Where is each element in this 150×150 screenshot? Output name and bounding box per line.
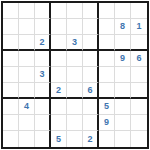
cell-r6c1[interactable] <box>3 83 19 99</box>
given-digit: 8 <box>120 22 125 31</box>
cell-r3c4[interactable] <box>51 35 67 51</box>
given-digit: 1 <box>136 22 141 31</box>
cell-r6c2[interactable] <box>19 83 35 99</box>
cell-r6c3[interactable] <box>35 83 51 99</box>
cell-r8c5[interactable] <box>67 115 83 131</box>
cell-r2c4[interactable] <box>51 19 67 35</box>
cell-r5c7[interactable] <box>99 67 115 83</box>
cell-r3c6[interactable] <box>83 35 99 51</box>
cell-r4c8[interactable]: 9 <box>115 51 131 67</box>
cell-r9c3[interactable] <box>35 131 51 147</box>
cell-r6c4[interactable]: 2 <box>51 83 67 99</box>
cell-r8c6[interactable] <box>83 115 99 131</box>
cell-r1c4[interactable] <box>51 3 67 19</box>
given-digit: 2 <box>87 135 92 144</box>
cell-r3c2[interactable] <box>19 35 35 51</box>
cell-r1c8[interactable] <box>115 3 131 19</box>
cell-r2c7[interactable] <box>99 19 115 35</box>
cell-r4c3[interactable] <box>35 51 51 67</box>
cell-r9c4[interactable]: 5 <box>51 131 67 147</box>
cell-r1c5[interactable] <box>67 3 83 19</box>
cell-r4c4[interactable] <box>51 51 67 67</box>
cell-r5c8[interactable] <box>115 67 131 83</box>
cell-r5c9[interactable] <box>131 67 147 83</box>
cell-r4c9[interactable]: 6 <box>131 51 147 67</box>
cell-r9c2[interactable] <box>19 131 35 147</box>
cell-r5c4[interactable] <box>51 67 67 83</box>
cell-r4c7[interactable] <box>99 51 115 67</box>
cell-r4c6[interactable] <box>83 51 99 67</box>
cell-r7c4[interactable] <box>51 99 67 115</box>
cell-r6c9[interactable] <box>131 83 147 99</box>
cell-r9c6[interactable]: 2 <box>83 131 99 147</box>
cell-r8c9[interactable] <box>131 115 147 131</box>
cell-r9c8[interactable] <box>115 131 131 147</box>
cell-r6c8[interactable] <box>115 83 131 99</box>
cell-r8c4[interactable] <box>51 115 67 131</box>
cell-r3c9[interactable] <box>131 35 147 51</box>
cell-r5c3[interactable]: 3 <box>35 67 51 83</box>
cell-r4c1[interactable] <box>3 51 19 67</box>
cell-r7c6[interactable] <box>83 99 99 115</box>
given-digit: 2 <box>56 86 61 95</box>
given-digit: 5 <box>56 135 61 144</box>
cell-r2c9[interactable]: 1 <box>131 19 147 35</box>
cell-r4c2[interactable] <box>19 51 35 67</box>
cell-r2c3[interactable] <box>35 19 51 35</box>
cell-r7c3[interactable] <box>35 99 51 115</box>
cell-r6c5[interactable] <box>67 83 83 99</box>
given-digit: 6 <box>87 86 92 95</box>
cell-r7c2[interactable]: 4 <box>19 99 35 115</box>
cell-r3c5[interactable]: 3 <box>67 35 83 51</box>
given-digit: 2 <box>39 38 44 47</box>
cell-r2c1[interactable] <box>3 19 19 35</box>
cell-r1c3[interactable] <box>35 3 51 19</box>
cell-r5c2[interactable] <box>19 67 35 83</box>
cell-r9c7[interactable] <box>99 131 115 147</box>
cell-r1c7[interactable] <box>99 3 115 19</box>
cell-r8c1[interactable] <box>3 115 19 131</box>
cell-r3c8[interactable] <box>115 35 131 51</box>
cell-r9c5[interactable] <box>67 131 83 147</box>
cell-r5c5[interactable] <box>67 67 83 83</box>
cell-r8c2[interactable] <box>19 115 35 131</box>
cell-r1c2[interactable] <box>19 3 35 19</box>
cell-r8c3[interactable] <box>35 115 51 131</box>
cell-r2c5[interactable] <box>67 19 83 35</box>
cell-r7c5[interactable] <box>67 99 83 115</box>
cell-r7c8[interactable] <box>115 99 131 115</box>
cell-r4c5[interactable] <box>67 51 83 67</box>
given-digit: 9 <box>104 118 109 127</box>
cell-r3c3[interactable]: 2 <box>35 35 51 51</box>
cell-r1c9[interactable] <box>131 3 147 19</box>
cell-r9c9[interactable] <box>131 131 147 147</box>
cell-r6c7[interactable] <box>99 83 115 99</box>
given-digit: 6 <box>136 54 141 63</box>
cell-r8c7[interactable]: 9 <box>99 115 115 131</box>
given-digit: 9 <box>120 54 125 63</box>
cell-r5c1[interactable] <box>3 67 19 83</box>
cell-r3c7[interactable] <box>99 35 115 51</box>
given-digit: 5 <box>104 102 109 111</box>
given-digit: 3 <box>72 38 77 47</box>
cell-r5c6[interactable] <box>83 67 99 83</box>
cell-r7c1[interactable] <box>3 99 19 115</box>
cell-r7c9[interactable] <box>131 99 147 115</box>
cell-r2c6[interactable] <box>83 19 99 35</box>
cell-r3c1[interactable] <box>3 35 19 51</box>
cell-r7c7[interactable]: 5 <box>99 99 115 115</box>
sudoku-board: 81239632645952 <box>1 1 149 149</box>
cell-r2c2[interactable] <box>19 19 35 35</box>
given-digit: 4 <box>24 102 29 111</box>
cell-r1c1[interactable] <box>3 3 19 19</box>
given-digit: 3 <box>39 70 44 79</box>
cell-r9c1[interactable] <box>3 131 19 147</box>
cell-r2c8[interactable]: 8 <box>115 19 131 35</box>
cell-r6c6[interactable]: 6 <box>83 83 99 99</box>
cell-r8c8[interactable] <box>115 115 131 131</box>
cell-r1c6[interactable] <box>83 3 99 19</box>
